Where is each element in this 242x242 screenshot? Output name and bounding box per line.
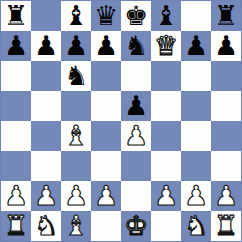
square-f2[interactable]: ♟ [151,181,181,211]
square-d8[interactable]: ♛ [91,1,121,31]
square-a3[interactable] [1,151,31,181]
square-f1[interactable] [151,211,181,241]
square-b7[interactable]: ♟ [31,31,61,61]
square-b1[interactable]: ♞ [31,211,61,241]
piece-white-bishop[interactable]: ♝ [64,211,88,241]
square-d3[interactable] [91,151,121,181]
square-b6[interactable] [31,61,61,91]
square-c8[interactable]: ♝ [61,1,91,31]
piece-white-pawn[interactable]: ♟ [64,181,88,211]
square-f4[interactable] [151,121,181,151]
square-g7[interactable]: ♟ [181,31,211,61]
piece-white-bishop[interactable]: ♝ [64,121,88,151]
square-e1[interactable]: ♚ [121,211,151,241]
piece-black-bishop[interactable]: ♝ [154,1,178,31]
square-f3[interactable] [151,151,181,181]
square-d7[interactable]: ♟ [91,31,121,61]
chess-board: ♜♝♛♚♝♜♟♟♟♟♞♛♟♟♞♟♝♟♟♟♟♟♟♟♟♜♞♝♚♞♜ [0,0,242,242]
square-a2[interactable]: ♟ [1,181,31,211]
piece-white-pawn[interactable]: ♟ [94,181,118,211]
square-d4[interactable] [91,121,121,151]
piece-white-pawn[interactable]: ♟ [124,121,148,151]
piece-white-pawn[interactable]: ♟ [184,181,208,211]
piece-black-queen[interactable]: ♛ [94,1,118,31]
square-g4[interactable] [181,121,211,151]
square-g3[interactable] [181,151,211,181]
piece-white-knight[interactable]: ♞ [184,211,208,241]
square-a4[interactable] [1,121,31,151]
square-a7[interactable]: ♟ [1,31,31,61]
square-g8[interactable] [181,1,211,31]
square-e7[interactable]: ♞ [121,31,151,61]
square-e6[interactable] [121,61,151,91]
square-b8[interactable] [31,1,61,31]
piece-white-pawn[interactable]: ♟ [214,181,238,211]
square-h4[interactable] [211,121,241,151]
square-h6[interactable] [211,61,241,91]
square-f5[interactable] [151,91,181,121]
square-a1[interactable]: ♜ [1,211,31,241]
square-c6[interactable]: ♞ [61,61,91,91]
piece-white-pawn[interactable]: ♟ [154,181,178,211]
square-e2[interactable] [121,181,151,211]
square-h1[interactable]: ♜ [211,211,241,241]
square-b4[interactable] [31,121,61,151]
square-c3[interactable] [61,151,91,181]
square-b3[interactable] [31,151,61,181]
piece-black-king[interactable]: ♚ [124,1,148,31]
square-e8[interactable]: ♚ [121,1,151,31]
piece-black-pawn[interactable]: ♟ [34,31,58,61]
piece-white-rook[interactable]: ♜ [214,211,238,241]
square-c1[interactable]: ♝ [61,211,91,241]
square-g6[interactable] [181,61,211,91]
square-f6[interactable] [151,61,181,91]
piece-black-rook[interactable]: ♜ [4,1,28,31]
piece-black-rook[interactable]: ♜ [214,1,238,31]
square-b2[interactable]: ♟ [31,181,61,211]
square-f8[interactable]: ♝ [151,1,181,31]
piece-black-knight[interactable]: ♞ [124,31,148,61]
piece-black-pawn[interactable]: ♟ [214,31,238,61]
square-a5[interactable] [1,91,31,121]
piece-black-pawn[interactable]: ♟ [184,31,208,61]
square-h7[interactable]: ♟ [211,31,241,61]
square-d5[interactable] [91,91,121,121]
piece-white-king[interactable]: ♚ [124,211,148,241]
square-h5[interactable] [211,91,241,121]
square-a8[interactable]: ♜ [1,1,31,31]
square-d2[interactable]: ♟ [91,181,121,211]
piece-white-pawn[interactable]: ♟ [34,181,58,211]
square-f7[interactable]: ♛ [151,31,181,61]
square-a6[interactable] [1,61,31,91]
square-g1[interactable]: ♞ [181,211,211,241]
square-b5[interactable] [31,91,61,121]
piece-black-pawn[interactable]: ♟ [124,91,148,121]
square-e3[interactable] [121,151,151,181]
square-d6[interactable] [91,61,121,91]
piece-white-pawn[interactable]: ♟ [4,181,28,211]
square-d1[interactable] [91,211,121,241]
square-e5[interactable]: ♟ [121,91,151,121]
square-c4[interactable]: ♝ [61,121,91,151]
square-c7[interactable]: ♟ [61,31,91,61]
square-g2[interactable]: ♟ [181,181,211,211]
piece-black-pawn[interactable]: ♟ [94,31,118,61]
piece-black-knight[interactable]: ♞ [64,61,88,91]
square-h2[interactable]: ♟ [211,181,241,211]
piece-black-pawn[interactable]: ♟ [4,31,28,61]
square-h8[interactable]: ♜ [211,1,241,31]
piece-black-pawn[interactable]: ♟ [64,31,88,61]
square-g5[interactable] [181,91,211,121]
square-e4[interactable]: ♟ [121,121,151,151]
piece-black-bishop[interactable]: ♝ [64,1,88,31]
piece-white-rook[interactable]: ♜ [4,211,28,241]
piece-white-knight[interactable]: ♞ [34,211,58,241]
square-c5[interactable] [61,91,91,121]
square-c2[interactable]: ♟ [61,181,91,211]
square-h3[interactable] [211,151,241,181]
piece-white-queen[interactable]: ♛ [154,31,178,61]
